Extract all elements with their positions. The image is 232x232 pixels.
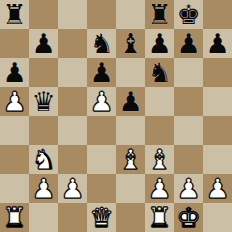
square-f5[interactable] (145, 87, 174, 116)
chess-board: ♜♜♚♟♞♝♟♟♟♟♟♞♟♛♟♟♞♝♝♟♟♟♟♟♜♛♜♚ (0, 0, 232, 232)
black-queen-piece[interactable]: ♛ (31, 87, 55, 116)
square-h6[interactable] (203, 58, 232, 87)
square-e5[interactable]: ♟ (116, 87, 145, 116)
square-a7[interactable] (0, 29, 29, 58)
square-c7[interactable] (58, 29, 87, 58)
square-c4[interactable] (58, 116, 87, 145)
square-e8[interactable] (116, 0, 145, 29)
square-f3[interactable]: ♝ (145, 145, 174, 174)
white-pawn-piece[interactable]: ♟ (31, 174, 55, 203)
black-knight-piece[interactable]: ♞ (147, 58, 171, 87)
square-e7[interactable]: ♝ (116, 29, 145, 58)
square-a6[interactable]: ♟ (0, 58, 29, 87)
square-b4[interactable] (29, 116, 58, 145)
black-bishop-piece[interactable]: ♝ (118, 29, 142, 58)
black-pawn-piece[interactable]: ♟ (31, 29, 55, 58)
white-pawn-piece[interactable]: ♟ (176, 174, 200, 203)
white-rook-piece[interactable]: ♜ (2, 203, 26, 232)
square-a3[interactable] (0, 145, 29, 174)
square-f4[interactable] (145, 116, 174, 145)
square-g5[interactable] (174, 87, 203, 116)
square-h4[interactable] (203, 116, 232, 145)
square-h7[interactable]: ♟ (203, 29, 232, 58)
square-b6[interactable] (29, 58, 58, 87)
square-d2[interactable] (87, 174, 116, 203)
white-queen-piece[interactable]: ♛ (89, 203, 113, 232)
square-g1[interactable]: ♚ (174, 203, 203, 232)
square-e6[interactable] (116, 58, 145, 87)
square-e4[interactable] (116, 116, 145, 145)
white-knight-piece[interactable]: ♞ (31, 145, 55, 174)
white-bishop-piece[interactable]: ♝ (147, 145, 171, 174)
square-d1[interactable]: ♛ (87, 203, 116, 232)
square-b5[interactable]: ♛ (29, 87, 58, 116)
black-pawn-piece[interactable]: ♟ (89, 58, 113, 87)
square-c3[interactable] (58, 145, 87, 174)
square-d7[interactable]: ♞ (87, 29, 116, 58)
white-pawn-piece[interactable]: ♟ (2, 87, 26, 116)
black-knight-piece[interactable]: ♞ (89, 29, 113, 58)
square-a4[interactable] (0, 116, 29, 145)
square-f8[interactable]: ♜ (145, 0, 174, 29)
square-g4[interactable] (174, 116, 203, 145)
square-g8[interactable]: ♚ (174, 0, 203, 29)
square-g2[interactable]: ♟ (174, 174, 203, 203)
square-c1[interactable] (58, 203, 87, 232)
square-h8[interactable] (203, 0, 232, 29)
square-g3[interactable] (174, 145, 203, 174)
square-d6[interactable]: ♟ (87, 58, 116, 87)
square-f2[interactable]: ♟ (145, 174, 174, 203)
white-pawn-piece[interactable]: ♟ (147, 174, 171, 203)
black-rook-piece[interactable]: ♜ (2, 0, 26, 29)
square-b7[interactable]: ♟ (29, 29, 58, 58)
square-b1[interactable] (29, 203, 58, 232)
square-e1[interactable] (116, 203, 145, 232)
square-h5[interactable] (203, 87, 232, 116)
black-pawn-piece[interactable]: ♟ (205, 29, 229, 58)
square-d4[interactable] (87, 116, 116, 145)
square-c8[interactable] (58, 0, 87, 29)
square-h3[interactable] (203, 145, 232, 174)
square-a1[interactable]: ♜ (0, 203, 29, 232)
white-pawn-piece[interactable]: ♟ (205, 174, 229, 203)
black-pawn-piece[interactable]: ♟ (2, 58, 26, 87)
square-g6[interactable] (174, 58, 203, 87)
white-rook-piece[interactable]: ♜ (147, 203, 171, 232)
square-c6[interactable] (58, 58, 87, 87)
square-f1[interactable]: ♜ (145, 203, 174, 232)
white-king-piece[interactable]: ♚ (176, 203, 200, 232)
black-pawn-piece[interactable]: ♟ (118, 87, 142, 116)
square-g7[interactable]: ♟ (174, 29, 203, 58)
square-c2[interactable]: ♟ (58, 174, 87, 203)
square-b2[interactable]: ♟ (29, 174, 58, 203)
white-pawn-piece[interactable]: ♟ (89, 87, 113, 116)
square-h2[interactable]: ♟ (203, 174, 232, 203)
square-b3[interactable]: ♞ (29, 145, 58, 174)
square-a8[interactable]: ♜ (0, 0, 29, 29)
black-pawn-piece[interactable]: ♟ (147, 29, 171, 58)
square-d8[interactable] (87, 0, 116, 29)
square-b8[interactable] (29, 0, 58, 29)
square-a2[interactable] (0, 174, 29, 203)
square-e3[interactable]: ♝ (116, 145, 145, 174)
square-d5[interactable]: ♟ (87, 87, 116, 116)
square-e2[interactable] (116, 174, 145, 203)
square-a5[interactable]: ♟ (0, 87, 29, 116)
black-pawn-piece[interactable]: ♟ (176, 29, 200, 58)
black-king-piece[interactable]: ♚ (176, 0, 200, 29)
square-c5[interactable] (58, 87, 87, 116)
white-bishop-piece[interactable]: ♝ (118, 145, 142, 174)
square-h1[interactable] (203, 203, 232, 232)
black-rook-piece[interactable]: ♜ (147, 0, 171, 29)
white-pawn-piece[interactable]: ♟ (60, 174, 84, 203)
square-f6[interactable]: ♞ (145, 58, 174, 87)
square-f7[interactable]: ♟ (145, 29, 174, 58)
square-d3[interactable] (87, 145, 116, 174)
